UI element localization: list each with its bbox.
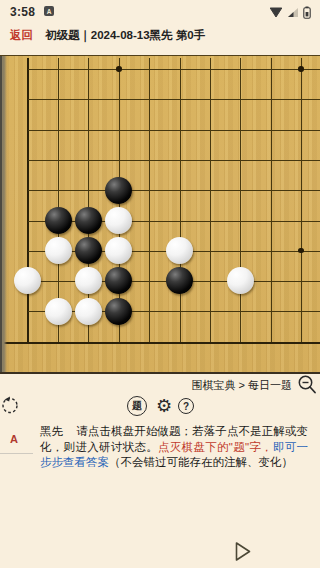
board-point-c6r14[interactable] bbox=[164, 175, 194, 205]
board-point-c5r15[interactable] bbox=[134, 205, 164, 235]
instructions-text: 黑先请点击棋盘开始做题；若落子点不是正解或变化，则进入研讨状态。点灭棋盘下的"题… bbox=[40, 424, 308, 471]
board-point-c7r10[interactable] bbox=[195, 54, 225, 84]
board-point-c7r13[interactable] bbox=[195, 145, 225, 175]
black-stone bbox=[105, 267, 132, 294]
board-point-c10r14[interactable] bbox=[286, 175, 316, 205]
board-point-c8r11[interactable] bbox=[225, 84, 255, 114]
board-point-c2r13[interactable] bbox=[43, 145, 73, 175]
board-point-c6r10[interactable] bbox=[164, 54, 194, 84]
board-point-c5r19[interactable] bbox=[134, 326, 164, 356]
board-point-c2r12[interactable] bbox=[43, 114, 73, 144]
board-point-c3r19[interactable] bbox=[73, 326, 103, 356]
white-stone bbox=[105, 237, 132, 264]
board-point-c9r18[interactable] bbox=[255, 296, 285, 326]
board-point-c7r11[interactable] bbox=[195, 84, 225, 114]
board-point-c9r19[interactable] bbox=[255, 326, 285, 356]
instruction-segment: （不会错过可能存在的注解、变化） bbox=[109, 456, 293, 468]
board-point-c7r14[interactable] bbox=[195, 175, 225, 205]
source-breadcrumb: 围棋宝典 > 每日一题 bbox=[191, 378, 292, 393]
board-point-c3r15[interactable] bbox=[73, 205, 103, 235]
black-stone bbox=[45, 207, 72, 234]
header: 返回 初级题｜2024-08-13黑先 第0手 bbox=[0, 24, 320, 54]
board-point-c8r15[interactable] bbox=[225, 205, 255, 235]
board-point-c1r11[interactable] bbox=[13, 84, 43, 114]
board-point-c8r17[interactable] bbox=[225, 266, 255, 296]
board-point-c9r15[interactable] bbox=[255, 205, 285, 235]
board-point-c7r15[interactable] bbox=[195, 205, 225, 235]
board-point-c7r19[interactable] bbox=[195, 326, 225, 356]
black-stone bbox=[75, 237, 102, 264]
board-intersections bbox=[13, 54, 317, 357]
board-point-c10r13[interactable] bbox=[286, 145, 316, 175]
board-point-c9r17[interactable] bbox=[255, 266, 285, 296]
status-bar: 3:58 A bbox=[0, 0, 320, 24]
board-point-c8r14[interactable] bbox=[225, 175, 255, 205]
section-marker-a: A bbox=[10, 433, 18, 445]
board-point-c1r15[interactable] bbox=[13, 205, 43, 235]
clock: 3:58 bbox=[10, 5, 35, 19]
white-stone bbox=[227, 267, 254, 294]
board-point-c9r14[interactable] bbox=[255, 175, 285, 205]
board-point-c1r19[interactable] bbox=[13, 326, 43, 356]
board-point-c9r16[interactable] bbox=[255, 235, 285, 265]
board-point-c5r17[interactable] bbox=[134, 266, 164, 296]
black-stone bbox=[166, 267, 193, 294]
board-point-c4r16[interactable] bbox=[104, 235, 134, 265]
board-point-c6r16[interactable] bbox=[164, 235, 194, 265]
board-point-c2r10[interactable] bbox=[43, 54, 73, 84]
board-point-c10r19[interactable] bbox=[286, 326, 316, 356]
board-point-c5r11[interactable] bbox=[134, 84, 164, 114]
star-point bbox=[116, 66, 122, 72]
board-point-c9r12[interactable] bbox=[255, 114, 285, 144]
board-point-c8r19[interactable] bbox=[225, 326, 255, 356]
board-point-c1r16[interactable] bbox=[13, 235, 43, 265]
white-stone bbox=[105, 207, 132, 234]
board-point-c10r12[interactable] bbox=[286, 114, 316, 144]
star-point bbox=[298, 248, 304, 254]
source-bar: 围棋宝典 > 每日一题 bbox=[0, 374, 320, 396]
board-point-c1r12[interactable] bbox=[13, 114, 43, 144]
board-point-c7r12[interactable] bbox=[195, 114, 225, 144]
white-stone bbox=[166, 237, 193, 264]
board-point-c9r10[interactable] bbox=[255, 54, 285, 84]
board-point-c3r13[interactable] bbox=[73, 145, 103, 175]
white-stone bbox=[45, 237, 72, 264]
board-point-c4r15[interactable] bbox=[104, 205, 134, 235]
white-stone bbox=[75, 267, 102, 294]
board-point-c7r18[interactable] bbox=[195, 296, 225, 326]
board-point-c2r14[interactable] bbox=[43, 175, 73, 205]
board-point-c3r14[interactable] bbox=[73, 175, 103, 205]
board-point-c10r18[interactable] bbox=[286, 296, 316, 326]
board-point-c2r17[interactable] bbox=[43, 266, 73, 296]
board-point-c5r16[interactable] bbox=[134, 235, 164, 265]
board-point-c3r16[interactable] bbox=[73, 235, 103, 265]
board-point-c6r17[interactable] bbox=[164, 266, 194, 296]
board-point-c3r18[interactable] bbox=[73, 296, 103, 326]
board-point-c6r13[interactable] bbox=[164, 145, 194, 175]
board-point-c9r13[interactable] bbox=[255, 145, 285, 175]
instruction-segment[interactable]: 点灭棋盘下的"题"字， bbox=[158, 441, 273, 453]
board-point-c8r12[interactable] bbox=[225, 114, 255, 144]
board-point-c4r12[interactable] bbox=[104, 114, 134, 144]
board-point-c5r13[interactable] bbox=[134, 145, 164, 175]
toolbar: 题 ⚙ ? bbox=[0, 395, 320, 419]
board-point-c7r16[interactable] bbox=[195, 235, 225, 265]
board-point-c3r17[interactable] bbox=[73, 266, 103, 296]
board-point-c5r10[interactable] bbox=[134, 54, 164, 84]
star-point bbox=[298, 66, 304, 72]
board-point-c8r10[interactable] bbox=[225, 54, 255, 84]
board-point-c2r15[interactable] bbox=[43, 205, 73, 235]
white-stone bbox=[14, 267, 41, 294]
restart-icon[interactable] bbox=[0, 395, 20, 415]
board-point-c3r11[interactable] bbox=[73, 84, 103, 114]
board-point-c10r15[interactable] bbox=[286, 205, 316, 235]
instruction-segment: 黑先 bbox=[40, 425, 63, 437]
board-point-c6r11[interactable] bbox=[164, 84, 194, 114]
board-point-c1r13[interactable] bbox=[13, 145, 43, 175]
board-point-c4r13[interactable] bbox=[104, 145, 134, 175]
board-point-c2r18[interactable] bbox=[43, 296, 73, 326]
help-icon[interactable]: ? bbox=[178, 398, 194, 414]
board-point-c9r11[interactable] bbox=[255, 84, 285, 114]
board-point-c4r10[interactable] bbox=[104, 54, 134, 84]
board-point-c4r18[interactable] bbox=[104, 296, 134, 326]
board-point-c6r12[interactable] bbox=[164, 114, 194, 144]
board-point-c5r18[interactable] bbox=[134, 296, 164, 326]
go-board[interactable] bbox=[0, 55, 320, 374]
board-point-c6r18[interactable] bbox=[164, 296, 194, 326]
gear-icon[interactable]: ⚙ bbox=[153, 395, 175, 417]
board-point-c4r17[interactable] bbox=[104, 266, 134, 296]
battery-icon bbox=[303, 6, 311, 19]
board-point-c1r14[interactable] bbox=[13, 175, 43, 205]
magnifier-zoom-out-icon[interactable] bbox=[296, 374, 318, 396]
board-point-c10r17[interactable] bbox=[286, 266, 316, 296]
status-icons bbox=[269, 6, 311, 19]
black-stone bbox=[105, 177, 132, 204]
play-button[interactable] bbox=[227, 537, 256, 566]
board-point-c8r13[interactable] bbox=[225, 145, 255, 175]
page-title: 初级题｜2024-08-13黑先 第0手 bbox=[45, 28, 205, 43]
section-marker-divider bbox=[0, 453, 33, 454]
white-stone bbox=[45, 298, 72, 325]
board-point-c7r17[interactable] bbox=[195, 266, 225, 296]
board-point-c10r10[interactable] bbox=[286, 54, 316, 84]
board-point-c10r16[interactable] bbox=[286, 235, 316, 265]
board-point-c4r11[interactable] bbox=[104, 84, 134, 114]
board-point-c6r15[interactable] bbox=[164, 205, 194, 235]
board-point-c10r11[interactable] bbox=[286, 84, 316, 114]
board-point-c2r19[interactable] bbox=[43, 326, 73, 356]
black-stone bbox=[75, 207, 102, 234]
board-point-c4r19[interactable] bbox=[104, 326, 134, 356]
keyboard-a-icon: A bbox=[44, 6, 54, 16]
board-point-c6r19[interactable] bbox=[164, 326, 194, 356]
app-screen: 3:58 A 返回 初级题｜2024-08-13黑先 第0手 围棋 bbox=[0, 0, 320, 568]
board-point-c5r14[interactable] bbox=[134, 175, 164, 205]
board-point-c8r18[interactable] bbox=[225, 296, 255, 326]
board-point-c8r16[interactable] bbox=[225, 235, 255, 265]
board-point-c2r16[interactable] bbox=[43, 235, 73, 265]
board-point-c1r18[interactable] bbox=[13, 296, 43, 326]
problem-mode-button[interactable]: 题 bbox=[127, 396, 147, 416]
board-point-c1r10[interactable] bbox=[13, 54, 43, 84]
back-button[interactable]: 返回 bbox=[10, 28, 33, 43]
board-point-c4r14[interactable] bbox=[104, 175, 134, 205]
black-stone bbox=[105, 298, 132, 325]
board-point-c3r10[interactable] bbox=[73, 54, 103, 84]
board-left-bezel bbox=[0, 56, 7, 372]
board-point-c2r11[interactable] bbox=[43, 84, 73, 114]
white-stone bbox=[75, 298, 102, 325]
board-point-c1r17[interactable] bbox=[13, 266, 43, 296]
board-point-c3r12[interactable] bbox=[73, 114, 103, 144]
cell-signal-icon bbox=[287, 7, 299, 18]
board-point-c5r12[interactable] bbox=[134, 114, 164, 144]
wifi-icon bbox=[269, 7, 283, 18]
